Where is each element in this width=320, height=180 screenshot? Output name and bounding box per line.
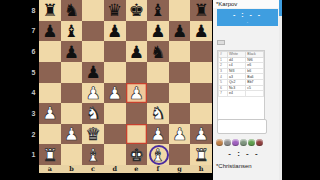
square-a4[interactable] (39, 83, 61, 104)
square-h6[interactable] (190, 41, 212, 62)
move-table: #WhiteBlack1d4Nf62c4e63Nf3b64a3Ba65Qc2Bb… (218, 51, 264, 97)
square-f5[interactable] (147, 62, 169, 83)
square-e1[interactable]: ♚ (126, 144, 148, 165)
file-labels: abcdefgh (39, 165, 212, 173)
square-a2[interactable] (39, 124, 61, 145)
rank-label-2: 2 (28, 124, 39, 145)
chess-board: ♜♞♛♚♝♜♟♝♟♟♟♟♟♟♞♟♟♟♟♟♞♞♟♛♟♟♟♜♝♚♝♜ (39, 0, 212, 165)
top-clock-sub: - (217, 20, 278, 23)
black-knight-piece[interactable]: ♞ (150, 42, 165, 62)
black-rook-piece[interactable]: ♜ (42, 0, 57, 20)
square-c3[interactable]: ♞ (82, 103, 104, 124)
black-pawn-piece[interactable]: ♟ (85, 62, 100, 82)
toolbar-circle-icon-1[interactable] (216, 139, 223, 146)
square-c2[interactable]: ♛ (82, 124, 104, 145)
white-pawn-piece[interactable]: ♟ (42, 103, 57, 123)
black-rook-piece[interactable]: ♜ (194, 0, 209, 20)
black-queen-piece[interactable]: ♛ (107, 0, 122, 20)
square-d2[interactable] (104, 124, 126, 145)
square-d5[interactable] (104, 62, 126, 83)
square-c7[interactable] (82, 21, 104, 42)
toolbar-circle-icon-4[interactable] (240, 139, 247, 146)
square-h1[interactable]: ♜ (190, 144, 212, 165)
white-pawn-piece[interactable]: ♟ (172, 124, 187, 144)
square-b6[interactable]: ♟ (61, 41, 83, 62)
black-pawn-piece[interactable]: ♟ (150, 21, 165, 41)
square-f6[interactable]: ♞ (147, 41, 169, 62)
panel-scrollbar-thumb[interactable] (279, 0, 282, 16)
rank-label-6: 6 (28, 41, 39, 62)
white-knight-piece[interactable]: ♞ (150, 103, 165, 123)
file-label-c: c (82, 165, 104, 173)
file-label-f: f (147, 165, 169, 173)
black-pawn-piece[interactable]: ♟ (64, 42, 79, 62)
square-e6[interactable]: ♟ (126, 41, 148, 62)
toolbar-circle-icon-2[interactable] (224, 139, 231, 146)
bottom-player-clock: - : - - (213, 149, 275, 158)
move-row: 7e4 (219, 91, 264, 97)
square-e8[interactable]: ♚ (126, 0, 148, 21)
black-bishop-piece[interactable]: ♝ (150, 0, 165, 20)
square-b3[interactable] (61, 103, 83, 124)
square-d6[interactable] (104, 41, 126, 62)
white-bishop-piece[interactable]: ♝ (150, 145, 165, 165)
square-g5[interactable] (169, 62, 191, 83)
move-cell[interactable]: e4 (228, 91, 246, 97)
square-a5[interactable] (39, 62, 61, 83)
move-cell[interactable] (246, 91, 264, 97)
square-e4[interactable]: ♟ (126, 83, 148, 104)
square-d8[interactable]: ♛ (104, 0, 126, 21)
square-a3[interactable]: ♟ (39, 103, 61, 124)
toolbar-circle-icons (216, 139, 263, 146)
panel-scrollbar-track[interactable] (279, 0, 282, 180)
square-a6[interactable] (39, 41, 61, 62)
square-g8[interactable] (169, 0, 191, 21)
white-pawn-piece[interactable]: ♟ (129, 83, 144, 103)
square-e7[interactable] (126, 21, 148, 42)
toolbar-circle-icon-5[interactable] (248, 139, 255, 146)
square-g4[interactable] (169, 83, 191, 104)
square-c4[interactable]: ♟ (82, 83, 104, 104)
square-c5[interactable]: ♟ (82, 62, 104, 83)
top-player-name: *Karpov (213, 0, 282, 8)
toolbar-circle-icon-3[interactable] (232, 139, 239, 146)
square-f1[interactable]: ♝ (147, 144, 169, 165)
top-player-clock: - : - - - (217, 9, 278, 26)
rank-label-1: 1 (28, 144, 39, 165)
black-king-piece[interactable]: ♚ (129, 0, 144, 20)
white-rook-piece[interactable]: ♜ (42, 145, 57, 165)
square-d1[interactable] (104, 144, 126, 165)
panel-mini-button[interactable] (217, 40, 225, 45)
toolbar-circle-icon-6[interactable] (256, 139, 263, 146)
square-b4[interactable] (61, 83, 83, 104)
app-window: 87654321 ♜♞♛♚♝♜♟♝♟♟♟♟♟♟♞♟♟♟♟♟♞♞♟♛♟♟♟♜♝♚♝… (0, 0, 320, 180)
square-a1[interactable]: ♜ (39, 144, 61, 165)
white-bishop-piece[interactable]: ♝ (85, 145, 100, 165)
file-label-b: b (61, 165, 83, 173)
rank-label-8: 8 (28, 0, 39, 21)
black-pawn-piece[interactable]: ♟ (107, 21, 122, 41)
comment-text-box[interactable] (217, 119, 267, 134)
white-pawn-piece[interactable]: ♟ (64, 124, 79, 144)
rank-label-5: 5 (28, 62, 39, 83)
rank-label-4: 4 (28, 83, 39, 104)
white-pawn-piece[interactable]: ♟ (194, 124, 209, 144)
square-h7[interactable]: ♟ (190, 21, 212, 42)
side-panel: *Karpov - : - - - #WhiteBlack1d4Nf62c4e6… (213, 0, 282, 180)
square-g7[interactable]: ♟ (169, 21, 191, 42)
square-b1[interactable] (61, 144, 83, 165)
square-h2[interactable]: ♟ (190, 124, 212, 145)
rank-labels: 87654321 (28, 0, 39, 165)
square-b5[interactable] (61, 62, 83, 83)
file-label-e: e (126, 165, 148, 173)
square-h5[interactable] (190, 62, 212, 83)
white-knight-piece[interactable]: ♞ (85, 103, 100, 123)
move-list-box: #WhiteBlack1d4Nf62c4e63Nf3b64a3Ba65Qc2Bb… (217, 50, 265, 125)
black-pawn-piece[interactable]: ♟ (194, 21, 209, 41)
file-label-h: h (190, 165, 212, 173)
square-c1[interactable]: ♝ (82, 144, 104, 165)
rank-label-3: 3 (28, 103, 39, 124)
black-pawn-piece[interactable]: ♟ (42, 21, 57, 41)
black-pawn-piece[interactable]: ♟ (129, 42, 144, 62)
square-f3[interactable]: ♞ (147, 103, 169, 124)
square-h3[interactable] (190, 103, 212, 124)
square-b2[interactable]: ♟ (61, 124, 83, 145)
file-label-g: g (169, 165, 191, 173)
square-c6[interactable] (82, 41, 104, 62)
white-pawn-piece[interactable]: ♟ (107, 83, 122, 103)
square-d3[interactable] (104, 103, 126, 124)
bottom-player-name: *Christiansen (216, 163, 252, 169)
white-pawn-piece[interactable]: ♟ (85, 83, 100, 103)
white-rook-piece[interactable]: ♜ (194, 145, 209, 165)
rank-label-7: 7 (28, 21, 39, 42)
black-bishop-piece[interactable]: ♝ (64, 21, 79, 41)
file-label-d: d (104, 165, 126, 173)
square-a7[interactable]: ♟ (39, 21, 61, 42)
square-h8[interactable]: ♜ (190, 0, 212, 21)
square-g3[interactable] (169, 103, 191, 124)
square-f8[interactable]: ♝ (147, 0, 169, 21)
square-f4[interactable] (147, 83, 169, 104)
square-e2[interactable] (126, 124, 148, 145)
square-d7[interactable]: ♟ (104, 21, 126, 42)
square-b8[interactable]: ♞ (61, 0, 83, 21)
square-h4[interactable] (190, 83, 212, 104)
square-a8[interactable]: ♜ (39, 0, 61, 21)
square-e5[interactable] (126, 62, 148, 83)
move-number: 7 (219, 91, 228, 97)
black-pawn-piece[interactable]: ♟ (172, 21, 187, 41)
white-pawn-piece[interactable]: ♟ (150, 124, 165, 144)
square-d4[interactable]: ♟ (104, 83, 126, 104)
square-b7[interactable]: ♝ (61, 21, 83, 42)
square-g2[interactable]: ♟ (169, 124, 191, 145)
square-f7[interactable]: ♟ (147, 21, 169, 42)
square-c8[interactable] (82, 0, 104, 21)
square-g1[interactable] (169, 144, 191, 165)
white-queen-piece[interactable]: ♛ (85, 124, 100, 144)
square-f2[interactable]: ♟ (147, 124, 169, 145)
black-knight-piece[interactable]: ♞ (64, 0, 79, 20)
file-label-a: a (39, 165, 61, 173)
square-g6[interactable] (169, 41, 191, 62)
white-king-piece[interactable]: ♚ (129, 145, 144, 165)
square-e3[interactable] (126, 103, 148, 124)
